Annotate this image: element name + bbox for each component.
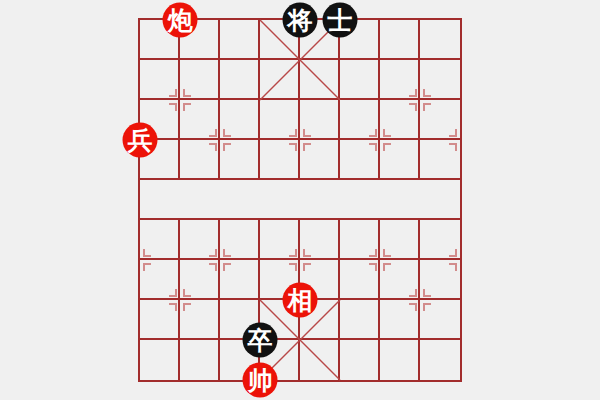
board-wrap: 炮将士兵相卒帅 (140, 20, 460, 380)
piece-red-general[interactable]: 帅 (243, 363, 278, 398)
xiangqi-diagram: 炮将士兵相卒帅 (0, 0, 600, 400)
piece-black-advisor[interactable]: 士 (323, 3, 358, 38)
piece-red-elephant[interactable]: 相 (283, 283, 318, 318)
piece-black-soldier[interactable]: 卒 (243, 323, 278, 358)
piece-black-general[interactable]: 将 (283, 3, 318, 38)
piece-red-cannon[interactable]: 炮 (163, 3, 198, 38)
pieces-layer: 炮将士兵相卒帅 (140, 20, 460, 380)
piece-red-soldier[interactable]: 兵 (123, 123, 158, 158)
